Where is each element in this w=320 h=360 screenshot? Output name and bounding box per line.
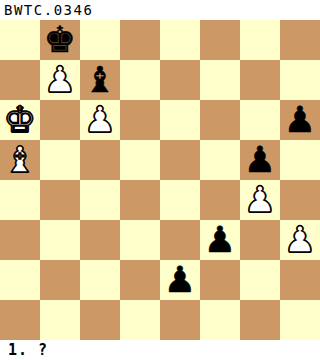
piece-black-pawn[interactable]: ♟ [164, 260, 196, 300]
square-f5[interactable] [200, 140, 240, 180]
square-c1[interactable] [80, 300, 120, 340]
square-c5[interactable] [80, 140, 120, 180]
square-c6[interactable]: ♟ [80, 100, 120, 140]
square-d3[interactable] [120, 220, 160, 260]
square-b2[interactable] [40, 260, 80, 300]
square-d8[interactable] [120, 20, 160, 60]
square-g4[interactable]: ♟ [240, 180, 280, 220]
piece-white-pawn[interactable]: ♟ [44, 60, 76, 100]
square-d7[interactable] [120, 60, 160, 100]
square-e1[interactable] [160, 300, 200, 340]
square-e8[interactable] [160, 20, 200, 60]
square-e2[interactable]: ♟ [160, 260, 200, 300]
square-a5[interactable]: ♝ [0, 140, 40, 180]
square-g7[interactable] [240, 60, 280, 100]
square-a6[interactable]: ♚ [0, 100, 40, 140]
square-g8[interactable] [240, 20, 280, 60]
square-d1[interactable] [120, 300, 160, 340]
square-e6[interactable] [160, 100, 200, 140]
square-c7[interactable]: ♝ [80, 60, 120, 100]
piece-black-pawn[interactable]: ♟ [204, 220, 236, 260]
square-g2[interactable] [240, 260, 280, 300]
square-a3[interactable] [0, 220, 40, 260]
square-b4[interactable] [40, 180, 80, 220]
square-b8[interactable]: ♚ [40, 20, 80, 60]
square-e3[interactable] [160, 220, 200, 260]
title-bar: BWTC.0346 [0, 0, 320, 20]
square-f2[interactable] [200, 260, 240, 300]
square-d2[interactable] [120, 260, 160, 300]
square-f3[interactable]: ♟ [200, 220, 240, 260]
square-a8[interactable] [0, 20, 40, 60]
square-g1[interactable] [240, 300, 280, 340]
move-prompt: 1. ? [8, 340, 48, 360]
square-c8[interactable] [80, 20, 120, 60]
square-g5[interactable]: ♟ [240, 140, 280, 180]
square-h3[interactable]: ♟ [280, 220, 320, 260]
square-e7[interactable] [160, 60, 200, 100]
square-f7[interactable] [200, 60, 240, 100]
square-b3[interactable] [40, 220, 80, 260]
square-h7[interactable] [280, 60, 320, 100]
square-h5[interactable] [280, 140, 320, 180]
piece-white-pawn[interactable]: ♟ [84, 100, 116, 140]
square-b7[interactable]: ♟ [40, 60, 80, 100]
piece-white-pawn[interactable]: ♟ [284, 220, 316, 260]
piece-black-king[interactable]: ♚ [44, 20, 76, 60]
square-h6[interactable]: ♟ [280, 100, 320, 140]
square-g6[interactable] [240, 100, 280, 140]
square-f8[interactable] [200, 20, 240, 60]
square-b1[interactable] [40, 300, 80, 340]
square-b5[interactable] [40, 140, 80, 180]
square-a4[interactable] [0, 180, 40, 220]
square-f1[interactable] [200, 300, 240, 340]
square-c2[interactable] [80, 260, 120, 300]
square-e4[interactable] [160, 180, 200, 220]
piece-black-pawn[interactable]: ♟ [244, 140, 276, 180]
puzzle-id: BWTC.0346 [4, 0, 93, 20]
square-d4[interactable] [120, 180, 160, 220]
square-f6[interactable] [200, 100, 240, 140]
square-c4[interactable] [80, 180, 120, 220]
square-f4[interactable] [200, 180, 240, 220]
chess-board: ♚♟♝♚♟♟♝♟♟♟♟♟ [0, 20, 320, 340]
square-h4[interactable] [280, 180, 320, 220]
piece-white-bishop[interactable]: ♝ [4, 140, 36, 180]
square-h2[interactable] [280, 260, 320, 300]
square-e5[interactable] [160, 140, 200, 180]
piece-white-king[interactable]: ♚ [4, 100, 36, 140]
status-bar: 1. ? [0, 340, 320, 360]
square-a1[interactable] [0, 300, 40, 340]
piece-black-pawn[interactable]: ♟ [284, 100, 316, 140]
piece-white-pawn[interactable]: ♟ [244, 180, 276, 220]
square-g3[interactable] [240, 220, 280, 260]
square-b6[interactable] [40, 100, 80, 140]
square-d6[interactable] [120, 100, 160, 140]
square-a2[interactable] [0, 260, 40, 300]
square-a7[interactable] [0, 60, 40, 100]
square-d5[interactable] [120, 140, 160, 180]
square-h1[interactable] [280, 300, 320, 340]
square-c3[interactable] [80, 220, 120, 260]
piece-black-bishop[interactable]: ♝ [84, 60, 116, 100]
square-h8[interactable] [280, 20, 320, 60]
